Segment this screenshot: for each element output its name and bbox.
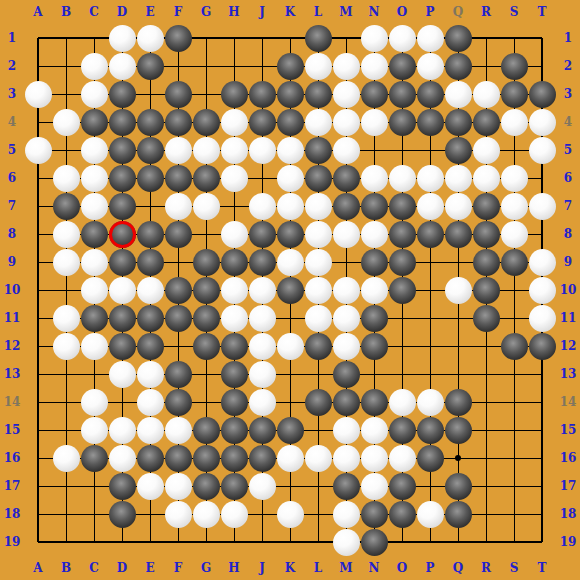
intersection-E7[interactable]: [136, 192, 164, 220]
intersection-G1[interactable]: [192, 24, 220, 52]
intersection-T13[interactable]: [528, 360, 556, 388]
intersection-L15[interactable]: [304, 416, 332, 444]
intersection-B11[interactable]: [52, 304, 80, 332]
intersection-G18[interactable]: [192, 500, 220, 528]
intersection-G11[interactable]: [192, 304, 220, 332]
intersection-C2[interactable]: [80, 52, 108, 80]
intersection-T8[interactable]: [528, 220, 556, 248]
intersection-M5[interactable]: [332, 136, 360, 164]
intersection-T5[interactable]: [528, 136, 556, 164]
intersection-D17[interactable]: [108, 472, 136, 500]
intersection-A1[interactable]: [24, 24, 52, 52]
intersection-K7[interactable]: [276, 192, 304, 220]
intersection-Q12[interactable]: [444, 332, 472, 360]
intersection-D10[interactable]: [108, 276, 136, 304]
intersection-S3[interactable]: [500, 80, 528, 108]
intersection-G12[interactable]: [192, 332, 220, 360]
intersection-P10[interactable]: [416, 276, 444, 304]
intersection-B14[interactable]: [52, 388, 80, 416]
intersection-N18[interactable]: [360, 500, 388, 528]
intersection-R8[interactable]: [472, 220, 500, 248]
intersection-P8[interactable]: [416, 220, 444, 248]
intersection-N8[interactable]: [360, 220, 388, 248]
intersection-J6[interactable]: [248, 164, 276, 192]
intersection-L6[interactable]: [304, 164, 332, 192]
intersection-J16[interactable]: [248, 444, 276, 472]
intersection-R3[interactable]: [472, 80, 500, 108]
intersection-H18[interactable]: [220, 500, 248, 528]
intersection-O1[interactable]: [388, 24, 416, 52]
intersection-M6[interactable]: [332, 164, 360, 192]
intersection-F6[interactable]: [164, 164, 192, 192]
intersection-C3[interactable]: [80, 80, 108, 108]
intersection-E2[interactable]: [136, 52, 164, 80]
intersection-F3[interactable]: [164, 80, 192, 108]
intersection-Q3[interactable]: [444, 80, 472, 108]
intersection-K10[interactable]: [276, 276, 304, 304]
intersection-C8[interactable]: [80, 220, 108, 248]
intersection-P17[interactable]: [416, 472, 444, 500]
intersection-H9[interactable]: [220, 248, 248, 276]
intersection-M15[interactable]: [332, 416, 360, 444]
intersection-N17[interactable]: [360, 472, 388, 500]
intersection-N16[interactable]: [360, 444, 388, 472]
intersection-J13[interactable]: [248, 360, 276, 388]
intersection-B13[interactable]: [52, 360, 80, 388]
intersection-L11[interactable]: [304, 304, 332, 332]
intersection-D13[interactable]: [108, 360, 136, 388]
intersection-E10[interactable]: [136, 276, 164, 304]
intersection-D19[interactable]: [108, 528, 136, 556]
intersection-G2[interactable]: [192, 52, 220, 80]
intersection-P1[interactable]: [416, 24, 444, 52]
intersection-T6[interactable]: [528, 164, 556, 192]
intersection-R16[interactable]: [472, 444, 500, 472]
intersection-D5[interactable]: [108, 136, 136, 164]
intersection-N14[interactable]: [360, 388, 388, 416]
intersection-B17[interactable]: [52, 472, 80, 500]
intersection-T18[interactable]: [528, 500, 556, 528]
intersection-E6[interactable]: [136, 164, 164, 192]
intersection-T19[interactable]: [528, 528, 556, 556]
intersection-R14[interactable]: [472, 388, 500, 416]
intersection-O19[interactable]: [388, 528, 416, 556]
intersection-E15[interactable]: [136, 416, 164, 444]
intersection-H17[interactable]: [220, 472, 248, 500]
intersection-O12[interactable]: [388, 332, 416, 360]
intersection-O4[interactable]: [388, 108, 416, 136]
intersection-T16[interactable]: [528, 444, 556, 472]
intersection-N1[interactable]: [360, 24, 388, 52]
intersection-C17[interactable]: [80, 472, 108, 500]
intersection-E14[interactable]: [136, 388, 164, 416]
intersection-A12[interactable]: [24, 332, 52, 360]
intersection-H3[interactable]: [220, 80, 248, 108]
intersection-L8[interactable]: [304, 220, 332, 248]
intersection-O2[interactable]: [388, 52, 416, 80]
intersection-S13[interactable]: [500, 360, 528, 388]
intersection-F4[interactable]: [164, 108, 192, 136]
intersection-F16[interactable]: [164, 444, 192, 472]
intersection-M2[interactable]: [332, 52, 360, 80]
intersection-F2[interactable]: [164, 52, 192, 80]
intersection-K18[interactable]: [276, 500, 304, 528]
intersection-H6[interactable]: [220, 164, 248, 192]
intersection-D16[interactable]: [108, 444, 136, 472]
intersection-N9[interactable]: [360, 248, 388, 276]
intersection-O15[interactable]: [388, 416, 416, 444]
intersection-Q16[interactable]: [444, 444, 472, 472]
intersection-P9[interactable]: [416, 248, 444, 276]
intersection-G15[interactable]: [192, 416, 220, 444]
intersection-S14[interactable]: [500, 388, 528, 416]
intersection-E9[interactable]: [136, 248, 164, 276]
intersection-F14[interactable]: [164, 388, 192, 416]
intersection-B3[interactable]: [52, 80, 80, 108]
intersection-T11[interactable]: [528, 304, 556, 332]
intersection-C4[interactable]: [80, 108, 108, 136]
intersection-T7[interactable]: [528, 192, 556, 220]
intersection-A7[interactable]: [24, 192, 52, 220]
intersection-G5[interactable]: [192, 136, 220, 164]
intersection-S12[interactable]: [500, 332, 528, 360]
intersection-J2[interactable]: [248, 52, 276, 80]
intersection-E3[interactable]: [136, 80, 164, 108]
intersection-A4[interactable]: [24, 108, 52, 136]
intersection-N6[interactable]: [360, 164, 388, 192]
intersection-B6[interactable]: [52, 164, 80, 192]
intersection-H7[interactable]: [220, 192, 248, 220]
intersection-O13[interactable]: [388, 360, 416, 388]
intersection-P2[interactable]: [416, 52, 444, 80]
intersection-C15[interactable]: [80, 416, 108, 444]
intersection-C9[interactable]: [80, 248, 108, 276]
intersection-C14[interactable]: [80, 388, 108, 416]
intersection-L5[interactable]: [304, 136, 332, 164]
intersection-P18[interactable]: [416, 500, 444, 528]
intersection-T10[interactable]: [528, 276, 556, 304]
intersection-E12[interactable]: [136, 332, 164, 360]
intersection-M7[interactable]: [332, 192, 360, 220]
intersection-R10[interactable]: [472, 276, 500, 304]
intersection-N2[interactable]: [360, 52, 388, 80]
intersection-H8[interactable]: [220, 220, 248, 248]
intersection-P7[interactable]: [416, 192, 444, 220]
intersection-H11[interactable]: [220, 304, 248, 332]
intersection-S6[interactable]: [500, 164, 528, 192]
intersection-G7[interactable]: [192, 192, 220, 220]
intersection-T17[interactable]: [528, 472, 556, 500]
intersection-K17[interactable]: [276, 472, 304, 500]
intersection-D1[interactable]: [108, 24, 136, 52]
intersection-F7[interactable]: [164, 192, 192, 220]
intersection-S18[interactable]: [500, 500, 528, 528]
intersection-J17[interactable]: [248, 472, 276, 500]
intersection-J10[interactable]: [248, 276, 276, 304]
intersection-C19[interactable]: [80, 528, 108, 556]
intersection-K11[interactable]: [276, 304, 304, 332]
intersection-M1[interactable]: [332, 24, 360, 52]
intersection-L9[interactable]: [304, 248, 332, 276]
intersection-R18[interactable]: [472, 500, 500, 528]
intersection-M18[interactable]: [332, 500, 360, 528]
intersection-A8[interactable]: [24, 220, 52, 248]
intersection-O14[interactable]: [388, 388, 416, 416]
intersection-Q6[interactable]: [444, 164, 472, 192]
intersection-N15[interactable]: [360, 416, 388, 444]
intersection-O11[interactable]: [388, 304, 416, 332]
intersection-L18[interactable]: [304, 500, 332, 528]
intersection-R19[interactable]: [472, 528, 500, 556]
intersection-J19[interactable]: [248, 528, 276, 556]
intersection-T12[interactable]: [528, 332, 556, 360]
intersection-L12[interactable]: [304, 332, 332, 360]
intersection-R7[interactable]: [472, 192, 500, 220]
intersection-C10[interactable]: [80, 276, 108, 304]
intersection-Q2[interactable]: [444, 52, 472, 80]
intersection-N7[interactable]: [360, 192, 388, 220]
intersection-F10[interactable]: [164, 276, 192, 304]
intersection-L3[interactable]: [304, 80, 332, 108]
intersection-L4[interactable]: [304, 108, 332, 136]
intersection-C5[interactable]: [80, 136, 108, 164]
intersection-L17[interactable]: [304, 472, 332, 500]
intersection-R5[interactable]: [472, 136, 500, 164]
intersection-N5[interactable]: [360, 136, 388, 164]
intersection-C12[interactable]: [80, 332, 108, 360]
intersection-L7[interactable]: [304, 192, 332, 220]
intersection-S8[interactable]: [500, 220, 528, 248]
intersection-A10[interactable]: [24, 276, 52, 304]
intersection-J3[interactable]: [248, 80, 276, 108]
intersection-L10[interactable]: [304, 276, 332, 304]
intersection-B15[interactable]: [52, 416, 80, 444]
intersection-K13[interactable]: [276, 360, 304, 388]
intersection-C16[interactable]: [80, 444, 108, 472]
intersection-K2[interactable]: [276, 52, 304, 80]
intersection-S1[interactable]: [500, 24, 528, 52]
intersection-K6[interactable]: [276, 164, 304, 192]
intersection-N4[interactable]: [360, 108, 388, 136]
intersection-G9[interactable]: [192, 248, 220, 276]
intersection-G6[interactable]: [192, 164, 220, 192]
intersection-T9[interactable]: [528, 248, 556, 276]
intersection-K5[interactable]: [276, 136, 304, 164]
intersection-E17[interactable]: [136, 472, 164, 500]
intersection-L13[interactable]: [304, 360, 332, 388]
intersection-M8[interactable]: [332, 220, 360, 248]
intersection-H2[interactable]: [220, 52, 248, 80]
intersection-F1[interactable]: [164, 24, 192, 52]
intersection-D12[interactable]: [108, 332, 136, 360]
intersection-K14[interactable]: [276, 388, 304, 416]
intersection-S15[interactable]: [500, 416, 528, 444]
intersection-J14[interactable]: [248, 388, 276, 416]
intersection-J9[interactable]: [248, 248, 276, 276]
intersection-O8[interactable]: [388, 220, 416, 248]
intersection-O17[interactable]: [388, 472, 416, 500]
intersection-F19[interactable]: [164, 528, 192, 556]
intersection-A5[interactable]: [24, 136, 52, 164]
intersection-S5[interactable]: [500, 136, 528, 164]
intersection-K3[interactable]: [276, 80, 304, 108]
intersection-J15[interactable]: [248, 416, 276, 444]
intersection-O6[interactable]: [388, 164, 416, 192]
intersection-D14[interactable]: [108, 388, 136, 416]
intersection-S16[interactable]: [500, 444, 528, 472]
intersection-R17[interactable]: [472, 472, 500, 500]
intersection-R2[interactable]: [472, 52, 500, 80]
intersection-C13[interactable]: [80, 360, 108, 388]
intersection-T4[interactable]: [528, 108, 556, 136]
intersection-J1[interactable]: [248, 24, 276, 52]
intersection-T2[interactable]: [528, 52, 556, 80]
intersection-L14[interactable]: [304, 388, 332, 416]
intersection-K1[interactable]: [276, 24, 304, 52]
intersection-N10[interactable]: [360, 276, 388, 304]
intersection-E11[interactable]: [136, 304, 164, 332]
intersection-D6[interactable]: [108, 164, 136, 192]
intersection-H19[interactable]: [220, 528, 248, 556]
intersection-R13[interactable]: [472, 360, 500, 388]
intersection-G19[interactable]: [192, 528, 220, 556]
intersection-L19[interactable]: [304, 528, 332, 556]
intersection-G10[interactable]: [192, 276, 220, 304]
intersection-A16[interactable]: [24, 444, 52, 472]
intersection-T3[interactable]: [528, 80, 556, 108]
intersection-Q17[interactable]: [444, 472, 472, 500]
intersection-D8[interactable]: [108, 220, 136, 248]
intersection-E1[interactable]: [136, 24, 164, 52]
intersection-B9[interactable]: [52, 248, 80, 276]
intersection-A17[interactable]: [24, 472, 52, 500]
intersection-P16[interactable]: [416, 444, 444, 472]
intersection-J5[interactable]: [248, 136, 276, 164]
intersection-G8[interactable]: [192, 220, 220, 248]
intersection-M10[interactable]: [332, 276, 360, 304]
intersection-A11[interactable]: [24, 304, 52, 332]
intersection-J7[interactable]: [248, 192, 276, 220]
intersection-M14[interactable]: [332, 388, 360, 416]
intersection-Q5[interactable]: [444, 136, 472, 164]
intersection-C18[interactable]: [80, 500, 108, 528]
intersection-G3[interactable]: [192, 80, 220, 108]
intersection-T15[interactable]: [528, 416, 556, 444]
intersection-H1[interactable]: [220, 24, 248, 52]
intersection-Q1[interactable]: [444, 24, 472, 52]
intersection-R15[interactable]: [472, 416, 500, 444]
intersection-Q11[interactable]: [444, 304, 472, 332]
intersection-Q9[interactable]: [444, 248, 472, 276]
intersection-F17[interactable]: [164, 472, 192, 500]
intersection-D18[interactable]: [108, 500, 136, 528]
intersection-F12[interactable]: [164, 332, 192, 360]
intersection-Q4[interactable]: [444, 108, 472, 136]
intersection-P4[interactable]: [416, 108, 444, 136]
intersection-E8[interactable]: [136, 220, 164, 248]
intersection-M3[interactable]: [332, 80, 360, 108]
intersection-G17[interactable]: [192, 472, 220, 500]
intersection-D7[interactable]: [108, 192, 136, 220]
intersection-O16[interactable]: [388, 444, 416, 472]
intersection-F13[interactable]: [164, 360, 192, 388]
intersection-K8[interactable]: [276, 220, 304, 248]
intersection-K12[interactable]: [276, 332, 304, 360]
intersection-E18[interactable]: [136, 500, 164, 528]
intersection-J12[interactable]: [248, 332, 276, 360]
intersection-F18[interactable]: [164, 500, 192, 528]
intersection-S7[interactable]: [500, 192, 528, 220]
intersection-E5[interactable]: [136, 136, 164, 164]
intersection-S2[interactable]: [500, 52, 528, 80]
intersection-J18[interactable]: [248, 500, 276, 528]
intersection-P13[interactable]: [416, 360, 444, 388]
intersection-E13[interactable]: [136, 360, 164, 388]
intersection-C11[interactable]: [80, 304, 108, 332]
intersection-E4[interactable]: [136, 108, 164, 136]
intersection-Q15[interactable]: [444, 416, 472, 444]
intersection-B10[interactable]: [52, 276, 80, 304]
intersection-P19[interactable]: [416, 528, 444, 556]
intersection-F15[interactable]: [164, 416, 192, 444]
intersection-S11[interactable]: [500, 304, 528, 332]
intersection-Q7[interactable]: [444, 192, 472, 220]
intersection-C1[interactable]: [80, 24, 108, 52]
intersection-N3[interactable]: [360, 80, 388, 108]
intersection-P14[interactable]: [416, 388, 444, 416]
intersection-G14[interactable]: [192, 388, 220, 416]
intersection-H12[interactable]: [220, 332, 248, 360]
intersection-A13[interactable]: [24, 360, 52, 388]
intersection-B5[interactable]: [52, 136, 80, 164]
intersection-H4[interactable]: [220, 108, 248, 136]
intersection-F5[interactable]: [164, 136, 192, 164]
intersection-A9[interactable]: [24, 248, 52, 276]
intersection-H13[interactable]: [220, 360, 248, 388]
intersection-A2[interactable]: [24, 52, 52, 80]
intersection-J11[interactable]: [248, 304, 276, 332]
intersection-M16[interactable]: [332, 444, 360, 472]
intersection-F11[interactable]: [164, 304, 192, 332]
intersection-Q10[interactable]: [444, 276, 472, 304]
intersection-S19[interactable]: [500, 528, 528, 556]
intersection-P11[interactable]: [416, 304, 444, 332]
intersection-S17[interactable]: [500, 472, 528, 500]
intersection-A18[interactable]: [24, 500, 52, 528]
intersection-C6[interactable]: [80, 164, 108, 192]
intersection-O5[interactable]: [388, 136, 416, 164]
intersection-T1[interactable]: [528, 24, 556, 52]
intersection-S4[interactable]: [500, 108, 528, 136]
intersection-K15[interactable]: [276, 416, 304, 444]
intersection-K16[interactable]: [276, 444, 304, 472]
intersection-O9[interactable]: [388, 248, 416, 276]
intersection-L16[interactable]: [304, 444, 332, 472]
intersection-R4[interactable]: [472, 108, 500, 136]
intersection-M12[interactable]: [332, 332, 360, 360]
intersection-R1[interactable]: [472, 24, 500, 52]
intersection-R6[interactable]: [472, 164, 500, 192]
intersection-B7[interactable]: [52, 192, 80, 220]
intersection-M13[interactable]: [332, 360, 360, 388]
intersection-H10[interactable]: [220, 276, 248, 304]
intersection-A19[interactable]: [24, 528, 52, 556]
intersection-D15[interactable]: [108, 416, 136, 444]
intersection-R12[interactable]: [472, 332, 500, 360]
intersection-M17[interactable]: [332, 472, 360, 500]
intersection-H5[interactable]: [220, 136, 248, 164]
intersection-K9[interactable]: [276, 248, 304, 276]
